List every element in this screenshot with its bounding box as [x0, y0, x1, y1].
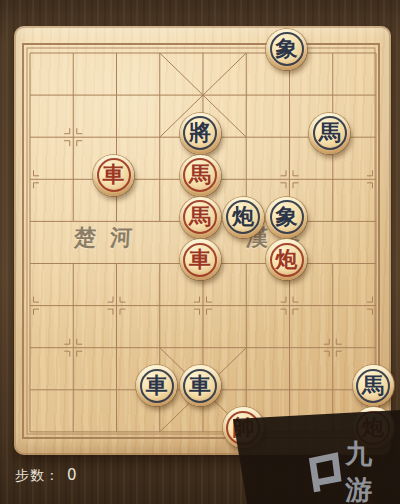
- piece-black-cannon[interactable]: 炮: [223, 197, 264, 238]
- move-counter-label: 步数：: [15, 467, 60, 485]
- piece-black-elephant[interactable]: 象: [266, 29, 307, 70]
- piece-glyph: 炮: [232, 205, 254, 227]
- piece-black-horse[interactable]: 馬: [353, 365, 394, 406]
- piece-glyph: 車: [103, 163, 125, 185]
- piece-glyph: 車: [146, 374, 168, 396]
- piece-glyph: 車: [189, 374, 211, 396]
- piece-red-horse[interactable]: 馬: [180, 155, 221, 196]
- piece-glyph: 馬: [189, 205, 211, 227]
- piece-glyph: 馬: [362, 374, 384, 396]
- piece-black-general[interactable]: 將: [180, 113, 221, 154]
- xiangqi-app-screen: 楚河 漢界 象將馬車馬馬炮象車炮車車馬帥炮 九游 步数： 0: [0, 0, 400, 504]
- piece-glyph: 象: [276, 205, 298, 227]
- piece-black-chariot[interactable]: 車: [180, 365, 221, 406]
- piece-red-chariot[interactable]: 車: [180, 239, 221, 280]
- piece-glyph: 馬: [189, 163, 211, 185]
- piece-red-cannon[interactable]: 炮: [266, 239, 307, 280]
- piece-red-horse[interactable]: 馬: [180, 197, 221, 238]
- piece-red-chariot[interactable]: 車: [93, 155, 134, 196]
- move-counter: 步数： 0: [15, 466, 78, 485]
- piece-glyph: 車: [189, 248, 211, 270]
- piece-glyph: 馬: [319, 121, 341, 143]
- piece-black-elephant[interactable]: 象: [266, 197, 307, 238]
- piece-glyph: 將: [189, 121, 211, 143]
- piece-black-chariot[interactable]: 車: [136, 365, 177, 406]
- 9game-watermark: 九游: [306, 447, 398, 497]
- piece-black-horse[interactable]: 馬: [309, 113, 350, 154]
- move-counter-value: 0: [67, 466, 78, 484]
- 9game-logo-text: 九游: [346, 436, 398, 504]
- 9game-logo-icon: [306, 447, 342, 497]
- piece-glyph: 炮: [276, 248, 298, 270]
- piece-glyph: 象: [276, 37, 298, 59]
